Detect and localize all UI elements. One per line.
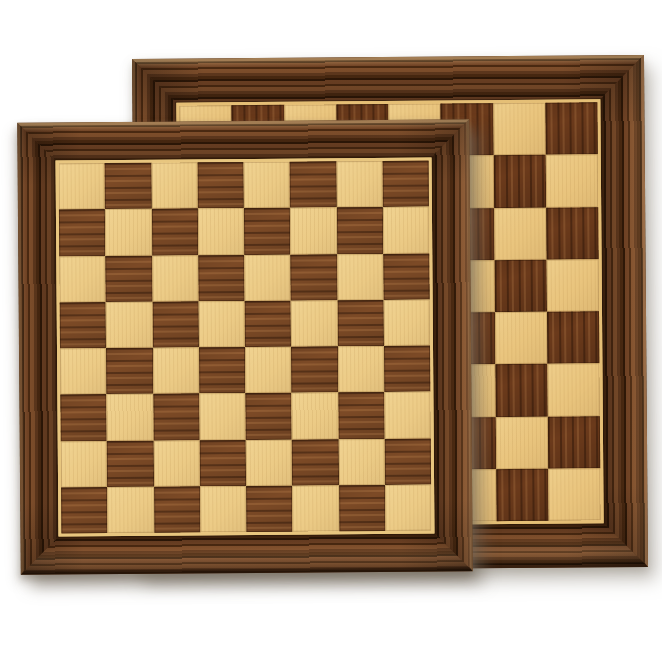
front-board-square-b6 — [106, 255, 153, 302]
front-board-square-f3 — [292, 393, 339, 440]
front-board — [17, 119, 473, 575]
front-board-square-g6 — [337, 253, 384, 300]
front-board-square-h7 — [383, 207, 430, 254]
front-board-square-c1 — [154, 486, 201, 533]
front-board-square-h5 — [383, 299, 430, 346]
back-board-square-g4 — [494, 312, 547, 365]
front-board-square-d3 — [199, 393, 246, 440]
front-board-square-g8 — [336, 161, 383, 208]
back-board-square-g7 — [493, 155, 546, 208]
front-board-square-d2 — [199, 439, 246, 486]
front-board-square-d5 — [198, 301, 245, 348]
front-board-square-c3 — [153, 394, 200, 441]
front-board-square-g4 — [337, 346, 384, 393]
front-board-playing-area — [56, 158, 435, 537]
front-board-square-c8 — [151, 162, 198, 209]
front-board-square-d7 — [198, 208, 245, 255]
front-board-square-d4 — [199, 347, 246, 394]
front-board-frame-left — [17, 122, 59, 574]
front-board-square-a1 — [61, 487, 108, 534]
front-board-square-e1 — [246, 485, 293, 532]
front-board-frame-right — [431, 119, 473, 571]
front-board-square-e6 — [244, 254, 291, 301]
front-board-frame-bottom — [20, 533, 472, 575]
back-board-square-h7 — [546, 155, 599, 208]
front-board-square-e5 — [245, 300, 292, 347]
front-board-square-a5 — [60, 302, 107, 349]
front-board-square-h1 — [385, 484, 432, 531]
front-board-square-a7 — [59, 209, 106, 256]
front-board-square-b5 — [106, 301, 153, 348]
front-board-square-e2 — [246, 439, 293, 486]
front-board-square-b3 — [107, 394, 154, 441]
front-board-grid — [59, 161, 432, 534]
front-board-square-g1 — [339, 485, 386, 532]
front-board-square-h8 — [382, 161, 429, 208]
back-board-frame-right — [600, 55, 648, 567]
front-board-square-g2 — [338, 438, 385, 485]
back-board-square-h6 — [546, 207, 599, 260]
back-board-square-g5 — [494, 260, 547, 313]
back-board-square-h2 — [548, 416, 601, 469]
front-board-square-e3 — [245, 393, 292, 440]
front-board-square-d8 — [197, 162, 244, 209]
front-board-square-h6 — [383, 253, 430, 300]
front-board-frame-top — [17, 119, 469, 161]
front-board-square-b2 — [107, 440, 154, 487]
front-board-square-c5 — [152, 301, 199, 348]
front-board-square-c7 — [151, 209, 198, 256]
front-board-square-a8 — [59, 163, 106, 210]
front-board-square-a2 — [61, 441, 108, 488]
back-board-square-g8 — [493, 103, 546, 156]
front-board-square-f2 — [292, 439, 339, 486]
front-board-square-c2 — [153, 440, 200, 487]
back-board-square-g6 — [494, 207, 547, 260]
front-board-square-g7 — [336, 207, 383, 254]
front-board-square-a6 — [59, 256, 106, 303]
front-board-square-e7 — [244, 208, 291, 255]
front-board-square-a4 — [60, 348, 107, 395]
front-board-square-b1 — [107, 486, 154, 533]
front-board-square-b4 — [106, 348, 153, 395]
front-board-square-f4 — [291, 346, 338, 393]
front-board-square-c6 — [152, 255, 199, 302]
front-board-square-f5 — [291, 300, 338, 347]
front-board-square-f1 — [292, 485, 339, 532]
front-board-square-h4 — [384, 346, 431, 393]
front-board-square-b8 — [105, 163, 152, 210]
front-board-square-f6 — [291, 254, 338, 301]
back-board-square-g2 — [495, 416, 548, 469]
front-board-square-g5 — [337, 300, 384, 347]
front-board-square-a3 — [60, 394, 107, 441]
back-board-square-h5 — [546, 259, 599, 312]
front-board-square-f8 — [290, 161, 337, 208]
front-board-square-g3 — [338, 392, 385, 439]
front-board-square-c4 — [153, 347, 200, 394]
front-board-square-e8 — [244, 162, 291, 209]
product-photo — [0, 0, 662, 662]
back-board-square-h4 — [547, 311, 600, 364]
back-board-square-g3 — [495, 364, 548, 417]
front-board-square-e4 — [245, 347, 292, 394]
back-board-square-h1 — [548, 468, 601, 521]
front-board-square-h2 — [384, 438, 431, 485]
back-board-square-g1 — [496, 469, 549, 522]
back-board-square-h8 — [545, 102, 598, 155]
front-board-square-h3 — [384, 392, 431, 439]
back-board-square-h3 — [547, 364, 600, 417]
front-board-square-d1 — [200, 486, 247, 533]
front-board-square-b7 — [105, 209, 152, 256]
front-board-square-f7 — [290, 208, 337, 255]
front-board-square-d6 — [198, 255, 245, 302]
back-board-frame-top — [132, 55, 644, 103]
